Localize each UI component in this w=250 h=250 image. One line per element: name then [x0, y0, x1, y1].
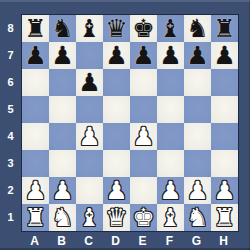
- square-b6[interactable]: [49, 69, 76, 96]
- square-b3[interactable]: [49, 150, 76, 177]
- square-d2[interactable]: ♟: [103, 177, 130, 204]
- piece-black-pawn[interactable]: ♟: [22, 42, 49, 69]
- piece-white-pawn[interactable]: ♟: [103, 177, 130, 204]
- file-label-c: C: [75, 231, 102, 250]
- square-a8[interactable]: ♜: [22, 15, 49, 42]
- chess-board-widget: 87654321 ♜♞♝♛♚♝♞♜♟♟♟♟♟♟♟♟♟♟♟♟♟♟♟♟♜♞♝♛♚♝♞…: [0, 0, 250, 250]
- square-c5[interactable]: [76, 96, 103, 123]
- square-a4[interactable]: [22, 123, 49, 150]
- piece-white-king[interactable]: ♚: [130, 204, 157, 231]
- square-h1[interactable]: ♜: [211, 204, 238, 231]
- square-f7[interactable]: ♟: [157, 42, 184, 69]
- square-c2[interactable]: [76, 177, 103, 204]
- square-h6[interactable]: [211, 69, 238, 96]
- piece-black-bishop[interactable]: ♝: [76, 15, 103, 42]
- square-f5[interactable]: [157, 96, 184, 123]
- square-h8[interactable]: ♜: [211, 15, 238, 42]
- piece-white-knight[interactable]: ♞: [49, 204, 76, 231]
- square-b2[interactable]: ♟: [49, 177, 76, 204]
- piece-white-pawn[interactable]: ♟: [184, 177, 211, 204]
- square-c6[interactable]: ♟: [76, 69, 103, 96]
- piece-white-queen[interactable]: ♛: [103, 204, 130, 231]
- piece-black-rook[interactable]: ♜: [22, 15, 49, 42]
- square-f8[interactable]: ♝: [157, 15, 184, 42]
- piece-black-pawn[interactable]: ♟: [184, 42, 211, 69]
- square-d5[interactable]: [103, 96, 130, 123]
- square-h3[interactable]: [211, 150, 238, 177]
- square-e7[interactable]: ♟: [130, 42, 157, 69]
- square-b7[interactable]: ♟: [49, 42, 76, 69]
- piece-white-rook[interactable]: ♜: [22, 204, 49, 231]
- square-g3[interactable]: [184, 150, 211, 177]
- piece-white-bishop[interactable]: ♝: [157, 204, 184, 231]
- piece-white-rook[interactable]: ♜: [211, 204, 238, 231]
- rank-label-3: 3: [0, 149, 21, 176]
- square-e6[interactable]: [130, 69, 157, 96]
- square-a5[interactable]: [22, 96, 49, 123]
- square-d4[interactable]: [103, 123, 130, 150]
- file-label-f: F: [156, 231, 183, 250]
- square-h5[interactable]: [211, 96, 238, 123]
- piece-black-knight[interactable]: ♞: [49, 15, 76, 42]
- square-e1[interactable]: ♚: [130, 204, 157, 231]
- piece-black-pawn[interactable]: ♟: [211, 42, 238, 69]
- square-g8[interactable]: ♞: [184, 15, 211, 42]
- piece-white-knight[interactable]: ♞: [184, 204, 211, 231]
- square-e5[interactable]: [130, 96, 157, 123]
- square-f1[interactable]: ♝: [157, 204, 184, 231]
- square-b4[interactable]: [49, 123, 76, 150]
- square-c8[interactable]: ♝: [76, 15, 103, 42]
- square-a2[interactable]: ♟: [22, 177, 49, 204]
- file-label-d: D: [102, 231, 129, 250]
- rank-label-7: 7: [0, 41, 21, 68]
- piece-white-bishop[interactable]: ♝: [76, 204, 103, 231]
- file-label-e: E: [129, 231, 156, 250]
- square-f2[interactable]: ♟: [157, 177, 184, 204]
- chess-board: ♜♞♝♛♚♝♞♜♟♟♟♟♟♟♟♟♟♟♟♟♟♟♟♟♜♞♝♛♚♝♞♜: [21, 14, 239, 232]
- file-label-a: A: [21, 231, 48, 250]
- square-f3[interactable]: [157, 150, 184, 177]
- file-label-h: H: [210, 231, 237, 250]
- piece-black-pawn[interactable]: ♟: [103, 42, 130, 69]
- rank-label-4: 4: [0, 122, 21, 149]
- square-h7[interactable]: ♟: [211, 42, 238, 69]
- piece-white-pawn[interactable]: ♟: [157, 177, 184, 204]
- piece-black-pawn[interactable]: ♟: [130, 42, 157, 69]
- rank-label-2: 2: [0, 176, 21, 203]
- piece-black-queen[interactable]: ♛: [103, 15, 130, 42]
- square-e2[interactable]: [130, 177, 157, 204]
- square-c4[interactable]: ♟: [76, 123, 103, 150]
- square-h4[interactable]: [211, 123, 238, 150]
- piece-white-pawn[interactable]: ♟: [22, 177, 49, 204]
- square-d8[interactable]: ♛: [103, 15, 130, 42]
- square-e3[interactable]: [130, 150, 157, 177]
- square-e4[interactable]: ♟: [130, 123, 157, 150]
- square-e8[interactable]: ♚: [130, 15, 157, 42]
- square-d3[interactable]: [103, 150, 130, 177]
- rank-label-6: 6: [0, 68, 21, 95]
- square-d1[interactable]: ♛: [103, 204, 130, 231]
- rank-label-8: 8: [0, 14, 21, 41]
- piece-black-king[interactable]: ♚: [130, 15, 157, 42]
- square-f6[interactable]: [157, 69, 184, 96]
- piece-black-pawn[interactable]: ♟: [49, 42, 76, 69]
- file-labels: ABCDEFGH: [21, 231, 237, 250]
- piece-black-rook[interactable]: ♜: [211, 15, 238, 42]
- piece-black-pawn[interactable]: ♟: [157, 42, 184, 69]
- square-g2[interactable]: ♟: [184, 177, 211, 204]
- rank-label-1: 1: [0, 203, 21, 230]
- piece-white-pawn[interactable]: ♟: [130, 123, 157, 150]
- square-d7[interactable]: ♟: [103, 42, 130, 69]
- file-label-b: B: [48, 231, 75, 250]
- file-label-g: G: [183, 231, 210, 250]
- piece-white-pawn[interactable]: ♟: [211, 177, 238, 204]
- square-g5[interactable]: [184, 96, 211, 123]
- piece-black-knight[interactable]: ♞: [184, 15, 211, 42]
- rank-label-5: 5: [0, 95, 21, 122]
- piece-white-pawn[interactable]: ♟: [49, 177, 76, 204]
- square-c1[interactable]: ♝: [76, 204, 103, 231]
- square-b5[interactable]: [49, 96, 76, 123]
- square-g7[interactable]: ♟: [184, 42, 211, 69]
- square-c7[interactable]: [76, 42, 103, 69]
- square-f4[interactable]: [157, 123, 184, 150]
- square-c3[interactable]: [76, 150, 103, 177]
- square-g1[interactable]: ♞: [184, 204, 211, 231]
- square-h2[interactable]: ♟: [211, 177, 238, 204]
- square-a6[interactable]: [22, 69, 49, 96]
- square-g6[interactable]: [184, 69, 211, 96]
- piece-black-bishop[interactable]: ♝: [157, 15, 184, 42]
- piece-black-pawn[interactable]: ♟: [76, 69, 103, 96]
- square-a7[interactable]: ♟: [22, 42, 49, 69]
- square-d6[interactable]: [103, 69, 130, 96]
- square-g4[interactable]: [184, 123, 211, 150]
- rank-labels: 87654321: [0, 14, 21, 230]
- piece-white-pawn[interactable]: ♟: [76, 123, 103, 150]
- square-a3[interactable]: [22, 150, 49, 177]
- square-b1[interactable]: ♞: [49, 204, 76, 231]
- square-a1[interactable]: ♜: [22, 204, 49, 231]
- square-b8[interactable]: ♞: [49, 15, 76, 42]
